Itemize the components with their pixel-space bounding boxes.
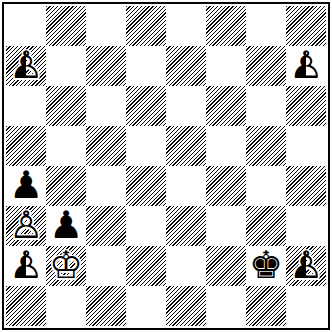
square-h5[interactable]	[286, 126, 326, 166]
square-f3[interactable]	[206, 206, 246, 246]
square-b7[interactable]	[46, 46, 86, 86]
square-c3[interactable]	[86, 206, 126, 246]
square-h8[interactable]	[286, 6, 326, 46]
square-f8[interactable]	[206, 6, 246, 46]
black-pawn-piece: ♟	[49, 206, 83, 244]
square-d4[interactable]	[126, 166, 166, 206]
neutral-pawn-piece: ♟♙	[286, 46, 326, 86]
square-c5[interactable]	[86, 126, 126, 166]
white-king-piece: ♔	[49, 246, 83, 284]
square-a4[interactable]: ♟	[6, 166, 46, 206]
square-d6[interactable]	[126, 86, 166, 126]
square-e4[interactable]	[166, 166, 206, 206]
square-g4[interactable]	[246, 166, 286, 206]
square-g7[interactable]	[246, 46, 286, 86]
square-g3[interactable]	[246, 206, 286, 246]
square-h4[interactable]	[286, 166, 326, 206]
square-g8[interactable]	[246, 6, 286, 46]
square-h3[interactable]	[286, 206, 326, 246]
neutral-pawn-piece: ♟♙	[6, 46, 46, 86]
square-f7[interactable]	[206, 46, 246, 86]
square-f5[interactable]	[206, 126, 246, 166]
square-h6[interactable]	[286, 86, 326, 126]
square-b8[interactable]	[46, 6, 86, 46]
square-a2[interactable]: ♟♙	[6, 246, 46, 286]
square-g6[interactable]	[246, 86, 286, 126]
square-h1[interactable]	[286, 286, 326, 326]
square-b4[interactable]	[46, 166, 86, 206]
square-g5[interactable]	[246, 126, 286, 166]
square-e5[interactable]	[166, 126, 206, 166]
board-frame: ♟♙♟♙♟♙♟♟♙♔♚♟♙	[2, 2, 330, 330]
square-h7[interactable]: ♟♙	[286, 46, 326, 86]
square-b1[interactable]	[46, 286, 86, 326]
square-a8[interactable]	[6, 6, 46, 46]
square-d7[interactable]	[126, 46, 166, 86]
square-b6[interactable]	[46, 86, 86, 126]
square-d5[interactable]	[126, 126, 166, 166]
black-king-piece: ♚	[249, 246, 283, 284]
square-d1[interactable]	[126, 286, 166, 326]
square-e6[interactable]	[166, 86, 206, 126]
square-e8[interactable]	[166, 6, 206, 46]
square-d2[interactable]	[126, 246, 166, 286]
square-a7[interactable]: ♟♙	[6, 46, 46, 86]
square-c6[interactable]	[86, 86, 126, 126]
square-d3[interactable]	[126, 206, 166, 246]
square-g2[interactable]: ♚	[246, 246, 286, 286]
square-f4[interactable]	[206, 166, 246, 206]
square-b2[interactable]: ♔	[46, 246, 86, 286]
square-c8[interactable]	[86, 6, 126, 46]
square-d8[interactable]	[126, 6, 166, 46]
square-h2[interactable]: ♟♙	[286, 246, 326, 286]
black-pawn-piece: ♟	[9, 166, 43, 204]
square-a5[interactable]	[6, 126, 46, 166]
square-b3[interactable]: ♟	[46, 206, 86, 246]
square-c4[interactable]	[86, 166, 126, 206]
square-e7[interactable]	[166, 46, 206, 86]
square-e2[interactable]	[166, 246, 206, 286]
square-b5[interactable]	[46, 126, 86, 166]
chess-board: ♟♙♟♙♟♙♟♟♙♔♚♟♙	[6, 6, 326, 326]
neutral-pawn-piece: ♟♙	[6, 246, 46, 286]
square-a6[interactable]	[6, 86, 46, 126]
square-a1[interactable]	[6, 286, 46, 326]
square-a3[interactable]: ♙	[6, 206, 46, 246]
square-c7[interactable]	[86, 46, 126, 86]
square-e3[interactable]	[166, 206, 206, 246]
square-c1[interactable]	[86, 286, 126, 326]
white-pawn-piece: ♙	[9, 206, 43, 244]
square-g1[interactable]	[246, 286, 286, 326]
square-f1[interactable]	[206, 286, 246, 326]
square-c2[interactable]	[86, 246, 126, 286]
square-f6[interactable]	[206, 86, 246, 126]
neutral-pawn-piece: ♟♙	[286, 246, 326, 286]
square-f2[interactable]	[206, 246, 246, 286]
square-e1[interactable]	[166, 286, 206, 326]
